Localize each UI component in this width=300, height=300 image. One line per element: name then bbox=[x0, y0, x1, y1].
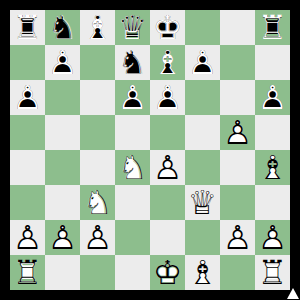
square-f6[interactable] bbox=[185, 80, 220, 115]
square-c4[interactable] bbox=[80, 150, 115, 185]
white-pawn-outline: ♙ bbox=[220, 115, 255, 150]
black-pawn-outline: ♙ bbox=[10, 80, 45, 115]
black-pawn-outline: ♙ bbox=[45, 45, 80, 80]
square-g6[interactable] bbox=[220, 80, 255, 115]
white-rook-icon[interactable]: ♜♖ bbox=[10, 255, 45, 290]
black-queen-icon[interactable]: ♛♕ bbox=[115, 10, 150, 45]
black-bishop-icon[interactable]: ♝♗ bbox=[80, 10, 115, 45]
square-g4[interactable] bbox=[220, 150, 255, 185]
square-b4[interactable] bbox=[45, 150, 80, 185]
square-b6[interactable] bbox=[45, 80, 80, 115]
side-to-move-indicator bbox=[287, 288, 299, 299]
square-e8[interactable]: ♚♔ bbox=[150, 10, 185, 45]
white-knight-icon[interactable]: ♞♘ bbox=[80, 185, 115, 220]
white-pawn-icon[interactable]: ♟♙ bbox=[255, 220, 290, 255]
square-c7[interactable] bbox=[80, 45, 115, 80]
white-bishop-outline: ♗ bbox=[255, 150, 290, 185]
black-rook-icon[interactable]: ♜♖ bbox=[10, 10, 45, 45]
white-bishop-icon[interactable]: ♝♗ bbox=[255, 150, 290, 185]
black-pawn-icon[interactable]: ♟♙ bbox=[10, 80, 45, 115]
black-bishop-outline: ♗ bbox=[150, 45, 185, 80]
white-queen-outline: ♕ bbox=[185, 185, 220, 220]
black-bishop-icon[interactable]: ♝♗ bbox=[150, 45, 185, 80]
white-rook-outline: ♖ bbox=[255, 255, 290, 290]
black-bishop-outline: ♗ bbox=[80, 10, 115, 45]
square-b8[interactable]: ♞♘ bbox=[45, 10, 80, 45]
square-d2[interactable] bbox=[115, 220, 150, 255]
black-pawn-outline: ♙ bbox=[115, 80, 150, 115]
diagram-frame: ♜♖♞♘♝♗♛♕♚♔♜♖♟♙♞♘♝♗♟♙♟♙♟♙♟♙♟♙♟♙♞♘♟♙♝♗♞♘♛♕… bbox=[0, 0, 300, 300]
black-queen-outline: ♕ bbox=[115, 10, 150, 45]
square-a1[interactable]: ♜♖ bbox=[10, 255, 45, 290]
square-a2[interactable]: ♟♙ bbox=[10, 220, 45, 255]
black-pawn-outline: ♙ bbox=[150, 80, 185, 115]
black-knight-outline: ♘ bbox=[115, 45, 150, 80]
square-a8[interactable]: ♜♖ bbox=[10, 10, 45, 45]
white-pawn-icon[interactable]: ♟♙ bbox=[220, 220, 255, 255]
square-g2[interactable]: ♟♙ bbox=[220, 220, 255, 255]
square-c2[interactable]: ♟♙ bbox=[80, 220, 115, 255]
square-h1[interactable]: ♜♖ bbox=[255, 255, 290, 290]
white-pawn-icon[interactable]: ♟♙ bbox=[150, 150, 185, 185]
square-h8[interactable]: ♜♖ bbox=[255, 10, 290, 45]
white-king-outline: ♔ bbox=[150, 255, 185, 290]
white-pawn-icon[interactable]: ♟♙ bbox=[10, 220, 45, 255]
black-pawn-icon[interactable]: ♟♙ bbox=[45, 45, 80, 80]
white-pawn-outline: ♙ bbox=[150, 150, 185, 185]
square-c8[interactable]: ♝♗ bbox=[80, 10, 115, 45]
square-c1[interactable] bbox=[80, 255, 115, 290]
square-e2[interactable] bbox=[150, 220, 185, 255]
white-pawn-outline: ♙ bbox=[45, 220, 80, 255]
square-h4[interactable]: ♝♗ bbox=[255, 150, 290, 185]
black-rook-outline: ♖ bbox=[10, 10, 45, 45]
white-queen-icon[interactable]: ♛♕ bbox=[185, 185, 220, 220]
black-pawn-icon[interactable]: ♟♙ bbox=[255, 80, 290, 115]
square-a7[interactable] bbox=[10, 45, 45, 80]
square-b7[interactable]: ♟♙ bbox=[45, 45, 80, 80]
square-h2[interactable]: ♟♙ bbox=[255, 220, 290, 255]
square-f7[interactable]: ♟♙ bbox=[185, 45, 220, 80]
black-knight-outline: ♘ bbox=[45, 10, 80, 45]
chess-board: ♜♖♞♘♝♗♛♕♚♔♜♖♟♙♞♘♝♗♟♙♟♙♟♙♟♙♟♙♟♙♞♘♟♙♝♗♞♘♛♕… bbox=[10, 10, 290, 290]
black-rook-icon[interactable]: ♜♖ bbox=[255, 10, 290, 45]
square-d4[interactable]: ♞♘ bbox=[115, 150, 150, 185]
square-f2[interactable] bbox=[185, 220, 220, 255]
square-h6[interactable]: ♟♙ bbox=[255, 80, 290, 115]
square-g8[interactable] bbox=[220, 10, 255, 45]
square-g7[interactable] bbox=[220, 45, 255, 80]
square-g1[interactable] bbox=[220, 255, 255, 290]
square-f8[interactable] bbox=[185, 10, 220, 45]
square-a5[interactable] bbox=[10, 115, 45, 150]
square-e7[interactable]: ♝♗ bbox=[150, 45, 185, 80]
square-d7[interactable]: ♞♘ bbox=[115, 45, 150, 80]
white-knight-icon[interactable]: ♞♘ bbox=[115, 150, 150, 185]
square-d6[interactable]: ♟♙ bbox=[115, 80, 150, 115]
white-king-icon[interactable]: ♚♔ bbox=[150, 255, 185, 290]
square-a3[interactable] bbox=[10, 185, 45, 220]
square-c6[interactable] bbox=[80, 80, 115, 115]
square-a6[interactable]: ♟♙ bbox=[10, 80, 45, 115]
white-rook-icon[interactable]: ♜♖ bbox=[255, 255, 290, 290]
square-b2[interactable]: ♟♙ bbox=[45, 220, 80, 255]
square-e3[interactable] bbox=[150, 185, 185, 220]
black-king-outline: ♔ bbox=[150, 10, 185, 45]
square-f1[interactable]: ♝♗ bbox=[185, 255, 220, 290]
black-pawn-icon[interactable]: ♟♙ bbox=[115, 80, 150, 115]
white-bishop-outline: ♗ bbox=[185, 255, 220, 290]
black-pawn-outline: ♙ bbox=[255, 80, 290, 115]
square-c3[interactable]: ♞♘ bbox=[80, 185, 115, 220]
square-c5[interactable] bbox=[80, 115, 115, 150]
black-pawn-icon[interactable]: ♟♙ bbox=[150, 80, 185, 115]
black-knight-icon[interactable]: ♞♘ bbox=[115, 45, 150, 80]
square-d5[interactable] bbox=[115, 115, 150, 150]
square-a4[interactable] bbox=[10, 150, 45, 185]
black-pawn-icon[interactable]: ♟♙ bbox=[185, 45, 220, 80]
white-pawn-outline: ♙ bbox=[220, 220, 255, 255]
square-e5[interactable] bbox=[150, 115, 185, 150]
white-pawn-outline: ♙ bbox=[10, 220, 45, 255]
square-e4[interactable]: ♟♙ bbox=[150, 150, 185, 185]
white-rook-outline: ♖ bbox=[10, 255, 45, 290]
black-knight-icon[interactable]: ♞♘ bbox=[45, 10, 80, 45]
square-e1[interactable]: ♚♔ bbox=[150, 255, 185, 290]
square-f4[interactable] bbox=[185, 150, 220, 185]
white-bishop-icon[interactable]: ♝♗ bbox=[185, 255, 220, 290]
square-h5[interactable] bbox=[255, 115, 290, 150]
square-g3[interactable] bbox=[220, 185, 255, 220]
square-b3[interactable] bbox=[45, 185, 80, 220]
square-f3[interactable]: ♛♕ bbox=[185, 185, 220, 220]
square-d3[interactable] bbox=[115, 185, 150, 220]
square-d8[interactable]: ♛♕ bbox=[115, 10, 150, 45]
black-king-icon[interactable]: ♚♔ bbox=[150, 10, 185, 45]
black-pawn-outline: ♙ bbox=[185, 45, 220, 80]
white-pawn-icon[interactable]: ♟♙ bbox=[80, 220, 115, 255]
square-h7[interactable] bbox=[255, 45, 290, 80]
square-d1[interactable] bbox=[115, 255, 150, 290]
white-knight-outline: ♘ bbox=[115, 150, 150, 185]
square-b1[interactable] bbox=[45, 255, 80, 290]
white-knight-outline: ♘ bbox=[80, 185, 115, 220]
square-g5[interactable]: ♟♙ bbox=[220, 115, 255, 150]
white-pawn-icon[interactable]: ♟♙ bbox=[45, 220, 80, 255]
square-e6[interactable]: ♟♙ bbox=[150, 80, 185, 115]
square-h3[interactable] bbox=[255, 185, 290, 220]
white-pawn-icon[interactable]: ♟♙ bbox=[220, 115, 255, 150]
square-b5[interactable] bbox=[45, 115, 80, 150]
white-pawn-outline: ♙ bbox=[80, 220, 115, 255]
white-pawn-outline: ♙ bbox=[255, 220, 290, 255]
black-rook-outline: ♖ bbox=[255, 10, 290, 45]
square-f5[interactable] bbox=[185, 115, 220, 150]
